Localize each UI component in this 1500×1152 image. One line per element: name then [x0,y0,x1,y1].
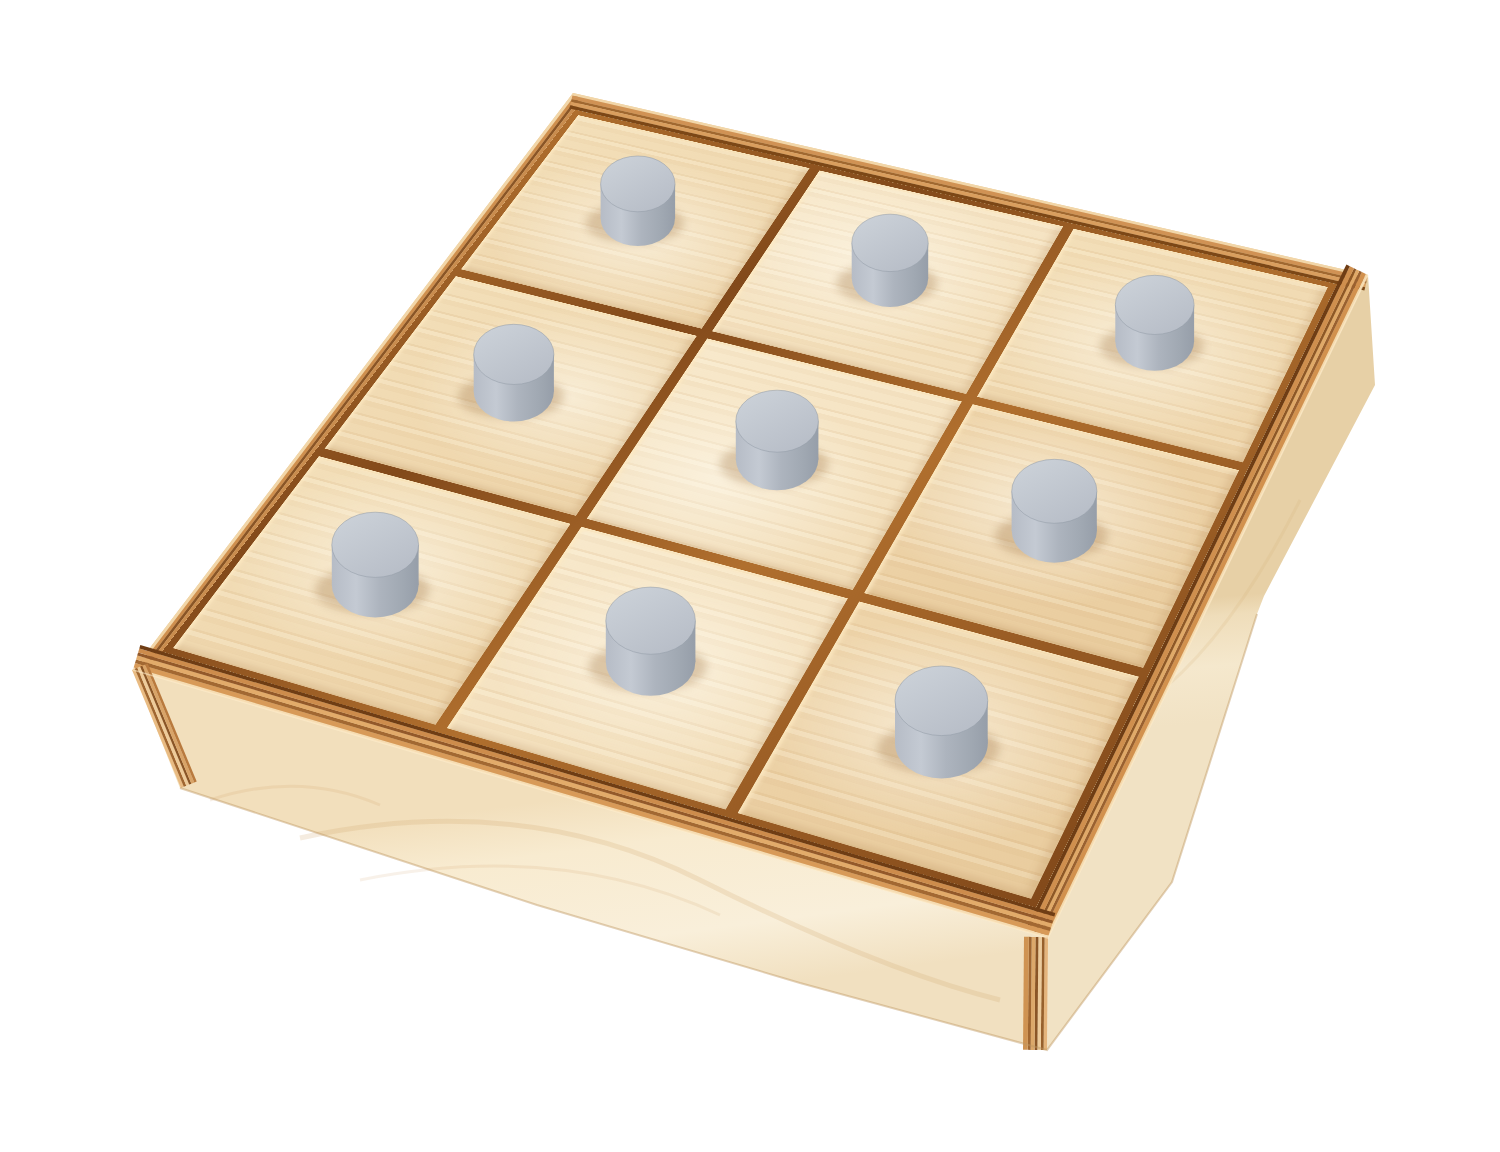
corner-ply-stripe [1023,937,1029,1050]
product-photo-scene [0,0,1500,1152]
